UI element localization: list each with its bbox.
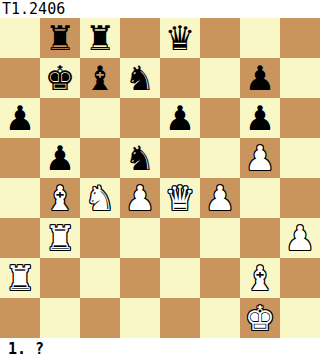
white-pawn-g5: ♟ <box>245 138 275 178</box>
square-e5[interactable] <box>160 138 200 178</box>
square-f4[interactable]: ♟ <box>200 178 240 218</box>
square-b4[interactable]: ♝ <box>40 178 80 218</box>
white-pawn-h3: ♟ <box>285 218 315 258</box>
square-a2[interactable]: ♜ <box>0 258 40 298</box>
move-prompt-label: 1. ? <box>0 338 44 360</box>
square-d3[interactable] <box>120 218 160 258</box>
square-c4[interactable]: ♞ <box>80 178 120 218</box>
square-a4[interactable] <box>0 178 40 218</box>
square-c5[interactable] <box>80 138 120 178</box>
square-c8[interactable]: ♜ <box>80 18 120 58</box>
square-e2[interactable] <box>160 258 200 298</box>
black-pawn-g7: ♟ <box>245 58 275 98</box>
square-g2[interactable]: ♝ <box>240 258 280 298</box>
square-c1[interactable] <box>80 298 120 338</box>
square-d7[interactable]: ♞ <box>120 58 160 98</box>
square-e3[interactable] <box>160 218 200 258</box>
white-pawn-d4: ♟ <box>125 178 155 218</box>
square-d5[interactable]: ♞ <box>120 138 160 178</box>
square-d1[interactable] <box>120 298 160 338</box>
square-h1[interactable] <box>280 298 320 338</box>
square-c3[interactable] <box>80 218 120 258</box>
square-g7[interactable]: ♟ <box>240 58 280 98</box>
black-king-b7: ♚ <box>45 58 75 98</box>
black-pawn-a6: ♟ <box>5 98 35 138</box>
white-rook-b3: ♜ <box>45 218 75 258</box>
black-knight-d7: ♞ <box>125 58 155 98</box>
square-c2[interactable] <box>80 258 120 298</box>
square-b2[interactable] <box>40 258 80 298</box>
square-a8[interactable] <box>0 18 40 58</box>
square-f1[interactable] <box>200 298 240 338</box>
square-g5[interactable]: ♟ <box>240 138 280 178</box>
black-pawn-g6: ♟ <box>245 98 275 138</box>
square-d4[interactable]: ♟ <box>120 178 160 218</box>
square-b6[interactable] <box>40 98 80 138</box>
square-g3[interactable] <box>240 218 280 258</box>
square-a3[interactable] <box>0 218 40 258</box>
square-c7[interactable]: ♝ <box>80 58 120 98</box>
square-g1[interactable]: ♚ <box>240 298 280 338</box>
square-f2[interactable] <box>200 258 240 298</box>
square-c6[interactable] <box>80 98 120 138</box>
title-bar: T1.2406 <box>0 0 320 18</box>
white-bishop-g2: ♝ <box>245 258 275 298</box>
puzzle-id-label: T1.2406 <box>0 0 65 18</box>
black-knight-d5: ♞ <box>125 138 155 178</box>
square-e8[interactable]: ♛ <box>160 18 200 58</box>
square-f5[interactable] <box>200 138 240 178</box>
black-bishop-c7: ♝ <box>85 58 115 98</box>
square-a1[interactable] <box>0 298 40 338</box>
square-b1[interactable] <box>40 298 80 338</box>
square-f7[interactable] <box>200 58 240 98</box>
white-king-g1: ♚ <box>245 298 275 338</box>
square-a7[interactable] <box>0 58 40 98</box>
square-d6[interactable] <box>120 98 160 138</box>
square-e7[interactable] <box>160 58 200 98</box>
status-bar: 1. ? <box>0 338 320 360</box>
square-b3[interactable]: ♜ <box>40 218 80 258</box>
black-pawn-e6: ♟ <box>165 98 195 138</box>
square-h2[interactable] <box>280 258 320 298</box>
white-rook-a2: ♜ <box>5 258 35 298</box>
square-d2[interactable] <box>120 258 160 298</box>
square-h5[interactable] <box>280 138 320 178</box>
square-g6[interactable]: ♟ <box>240 98 280 138</box>
chess-board: ♜♜♛♚♝♞♟♟♟♟♟♞♟♝♞♟♛♟♜♟♜♝♚ <box>0 18 320 338</box>
white-bishop-b4: ♝ <box>45 178 75 218</box>
square-b7[interactable]: ♚ <box>40 58 80 98</box>
square-g8[interactable] <box>240 18 280 58</box>
square-e4[interactable]: ♛ <box>160 178 200 218</box>
white-queen-e4: ♛ <box>165 178 195 218</box>
square-a6[interactable]: ♟ <box>0 98 40 138</box>
square-h3[interactable]: ♟ <box>280 218 320 258</box>
black-pawn-b5: ♟ <box>45 138 75 178</box>
square-f8[interactable] <box>200 18 240 58</box>
square-f3[interactable] <box>200 218 240 258</box>
square-a5[interactable] <box>0 138 40 178</box>
square-b8[interactable]: ♜ <box>40 18 80 58</box>
black-queen-e8: ♛ <box>165 18 195 58</box>
square-b5[interactable]: ♟ <box>40 138 80 178</box>
square-d8[interactable] <box>120 18 160 58</box>
black-rook-c8: ♜ <box>85 18 115 58</box>
square-h7[interactable] <box>280 58 320 98</box>
square-g4[interactable] <box>240 178 280 218</box>
puzzle-frame: T1.2406 ♜♜♛♚♝♞♟♟♟♟♟♞♟♝♞♟♛♟♜♟♜♝♚ 1. ? <box>0 0 320 360</box>
white-pawn-f4: ♟ <box>205 178 235 218</box>
white-knight-c4: ♞ <box>85 178 115 218</box>
square-h6[interactable] <box>280 98 320 138</box>
black-rook-b8: ♜ <box>45 18 75 58</box>
square-h8[interactable] <box>280 18 320 58</box>
square-f6[interactable] <box>200 98 240 138</box>
square-e6[interactable]: ♟ <box>160 98 200 138</box>
square-h4[interactable] <box>280 178 320 218</box>
square-e1[interactable] <box>160 298 200 338</box>
